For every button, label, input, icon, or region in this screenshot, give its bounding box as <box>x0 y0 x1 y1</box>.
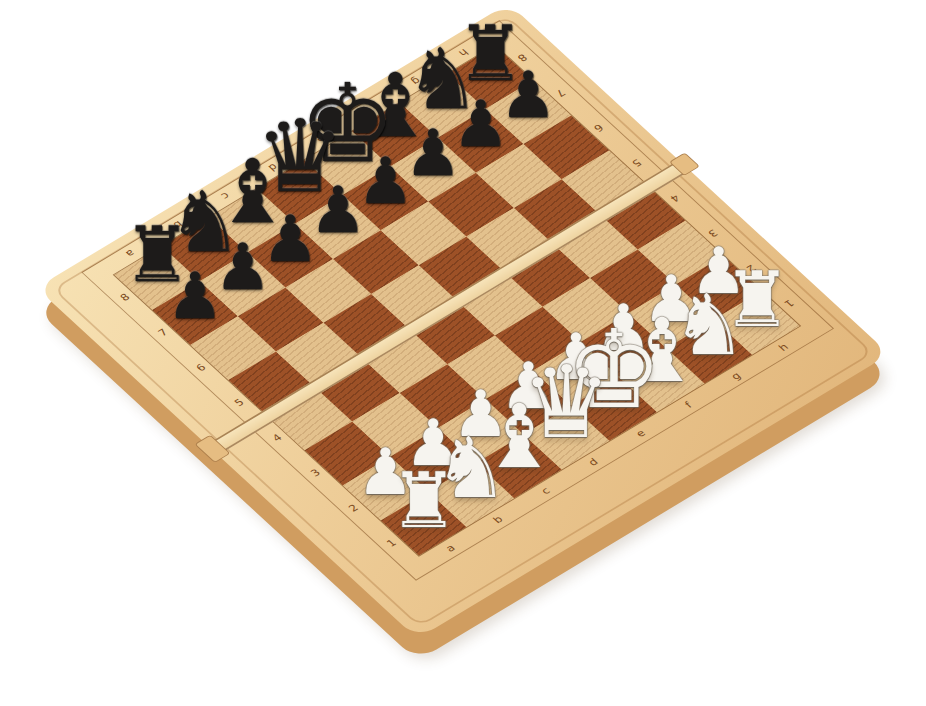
board-tray: 87654321 87654321 abcdefgh abcdefgh <box>36 3 889 639</box>
product-photo-canvas: { "game": "chess", "board_type": "foldin… <box>0 0 926 706</box>
